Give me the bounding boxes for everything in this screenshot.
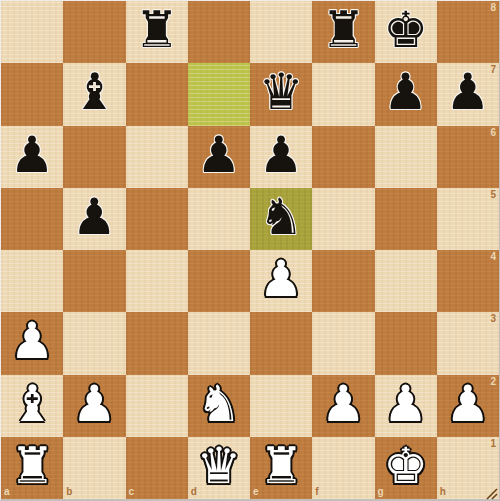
piece-black-pawn[interactable]: ♟ (72, 192, 117, 242)
square-f6[interactable] (312, 126, 374, 188)
piece-white-pawn[interactable]: ♟ (383, 379, 428, 429)
piece-white-knight[interactable]: ♞ (196, 379, 241, 429)
file-label-c: c (129, 487, 135, 497)
file-label-a: a (4, 487, 10, 497)
piece-white-pawn[interactable]: ♟ (72, 379, 117, 429)
square-c8[interactable]: ♜ (126, 1, 188, 63)
square-e1[interactable]: ♜e (250, 437, 312, 499)
square-c5[interactable] (126, 188, 188, 250)
square-g8[interactable]: ♚ (375, 1, 437, 63)
square-b4[interactable] (63, 250, 125, 312)
square-d2[interactable]: ♞ (188, 375, 250, 437)
square-h6[interactable]: 6 (437, 126, 499, 188)
file-label-d: d (191, 487, 197, 497)
piece-black-pawn[interactable]: ♟ (196, 130, 241, 180)
square-g1[interactable]: ♚g (375, 437, 437, 499)
piece-black-queen[interactable]: ♛ (259, 67, 304, 117)
square-d1[interactable]: ♛d (188, 437, 250, 499)
square-h8[interactable]: 8 (437, 1, 499, 63)
square-e8[interactable] (250, 1, 312, 63)
square-c2[interactable] (126, 375, 188, 437)
square-g4[interactable] (375, 250, 437, 312)
square-e4[interactable]: ♟ (250, 250, 312, 312)
square-a1[interactable]: ♜a (1, 437, 63, 499)
square-c4[interactable] (126, 250, 188, 312)
piece-black-knight[interactable]: ♞ (259, 192, 304, 242)
piece-white-king[interactable]: ♚ (383, 441, 428, 491)
square-d3[interactable] (188, 312, 250, 374)
chess-board-panel: ♜♜♚8♝♛♟♟7♟♟♟6♟♞5♟4♟3♝♟♞♟♟♟2♜abc♛d♜ef♚gh1 (0, 0, 500, 501)
square-e3[interactable] (250, 312, 312, 374)
piece-white-pawn[interactable]: ♟ (10, 316, 55, 366)
square-g2[interactable]: ♟ (375, 375, 437, 437)
square-b6[interactable] (63, 126, 125, 188)
square-a2[interactable]: ♝ (1, 375, 63, 437)
square-d7[interactable] (188, 63, 250, 125)
piece-white-pawn[interactable]: ♟ (259, 254, 304, 304)
rank-label-8: 8 (490, 3, 496, 13)
piece-white-queen[interactable]: ♛ (196, 441, 241, 491)
square-c6[interactable] (126, 126, 188, 188)
square-f7[interactable] (312, 63, 374, 125)
square-a8[interactable] (1, 1, 63, 63)
piece-black-pawn[interactable]: ♟ (259, 130, 304, 180)
square-b3[interactable] (63, 312, 125, 374)
piece-black-pawn[interactable]: ♟ (10, 130, 55, 180)
square-a4[interactable] (1, 250, 63, 312)
square-e5[interactable]: ♞ (250, 188, 312, 250)
rank-label-7: 7 (490, 65, 496, 75)
square-e2[interactable] (250, 375, 312, 437)
square-a3[interactable]: ♟ (1, 312, 63, 374)
resize-handle-icon[interactable] (486, 486, 498, 498)
square-h4[interactable]: 4 (437, 250, 499, 312)
rank-label-5: 5 (490, 190, 496, 200)
rank-label-2: 2 (490, 377, 496, 387)
square-h5[interactable]: 5 (437, 188, 499, 250)
file-label-b: b (66, 487, 72, 497)
rank-label-6: 6 (490, 128, 496, 138)
square-h2[interactable]: ♟2 (437, 375, 499, 437)
piece-white-bishop[interactable]: ♝ (10, 379, 55, 429)
square-d4[interactable] (188, 250, 250, 312)
square-f2[interactable]: ♟ (312, 375, 374, 437)
square-e7[interactable]: ♛ (250, 63, 312, 125)
square-g6[interactable] (375, 126, 437, 188)
square-b8[interactable] (63, 1, 125, 63)
rank-label-4: 4 (490, 252, 496, 262)
piece-black-rook[interactable]: ♜ (134, 5, 179, 55)
rank-label-1: 1 (490, 439, 496, 449)
square-e6[interactable]: ♟ (250, 126, 312, 188)
square-a5[interactable] (1, 188, 63, 250)
square-b5[interactable]: ♟ (63, 188, 125, 250)
piece-black-king[interactable]: ♚ (383, 5, 428, 55)
square-c3[interactable] (126, 312, 188, 374)
square-c7[interactable] (126, 63, 188, 125)
piece-black-bishop[interactable]: ♝ (72, 67, 117, 117)
piece-white-rook[interactable]: ♜ (259, 441, 304, 491)
piece-white-rook[interactable]: ♜ (10, 441, 55, 491)
piece-white-pawn[interactable]: ♟ (321, 379, 366, 429)
square-a6[interactable]: ♟ (1, 126, 63, 188)
square-b2[interactable]: ♟ (63, 375, 125, 437)
square-c1[interactable]: c (126, 437, 188, 499)
square-f1[interactable]: f (312, 437, 374, 499)
piece-black-pawn[interactable]: ♟ (445, 67, 490, 117)
square-d5[interactable] (188, 188, 250, 250)
square-f4[interactable] (312, 250, 374, 312)
piece-black-pawn[interactable]: ♟ (383, 67, 428, 117)
square-g5[interactable] (375, 188, 437, 250)
piece-black-rook[interactable]: ♜ (321, 5, 366, 55)
square-d6[interactable]: ♟ (188, 126, 250, 188)
chess-board: ♜♜♚8♝♛♟♟7♟♟♟6♟♞5♟4♟3♝♟♞♟♟♟2♜abc♛d♜ef♚gh1 (0, 0, 500, 501)
square-b1[interactable]: b (63, 437, 125, 499)
file-label-h: h (440, 487, 446, 497)
square-f5[interactable] (312, 188, 374, 250)
piece-white-pawn[interactable]: ♟ (445, 379, 490, 429)
square-h7[interactable]: ♟7 (437, 63, 499, 125)
file-label-f: f (315, 487, 318, 497)
rank-label-3: 3 (490, 314, 496, 324)
square-d8[interactable] (188, 1, 250, 63)
square-h3[interactable]: 3 (437, 312, 499, 374)
square-f3[interactable] (312, 312, 374, 374)
file-label-e: e (253, 487, 259, 497)
square-a7[interactable] (1, 63, 63, 125)
square-g3[interactable] (375, 312, 437, 374)
file-label-g: g (378, 487, 384, 497)
square-f8[interactable]: ♜ (312, 1, 374, 63)
square-g7[interactable]: ♟ (375, 63, 437, 125)
square-b7[interactable]: ♝ (63, 63, 125, 125)
